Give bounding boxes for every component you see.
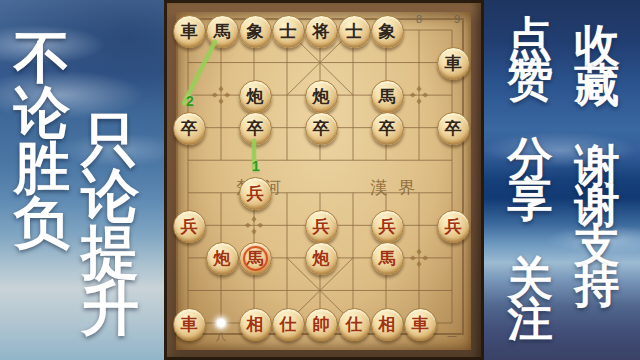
piece-glyph: 車 (181, 313, 198, 336)
piece-glyph: 炮 (247, 85, 264, 108)
piece-red-soldier[interactable]: 兵 (371, 210, 404, 243)
screenshot-root: 楚河 漢界 8 9 八 一 車馬象士将士象車炮炮馬卒卒卒卒卒兵兵兵兵兵炮馬炮馬車… (0, 0, 640, 360)
piece-glyph: 卒 (181, 117, 198, 140)
piece-glyph: 馬 (214, 20, 231, 43)
piece-red-advisor[interactable]: 仕 (338, 308, 371, 341)
piece-black-horse[interactable]: 馬 (371, 80, 404, 113)
piece-glyph: 象 (247, 20, 264, 43)
board-surface (176, 12, 471, 350)
piece-red-soldier[interactable]: 兵 (173, 210, 206, 243)
piece-black-advisor[interactable]: 士 (272, 15, 305, 48)
piece-glyph: 馬 (379, 247, 396, 270)
piece-red-elephant[interactable]: 相 (239, 308, 272, 341)
piece-red-chariot[interactable]: 車 (173, 308, 206, 341)
piece-red-advisor[interactable]: 仕 (272, 308, 305, 341)
piece-glyph: 炮 (313, 247, 330, 270)
suggestion-arrow-label: 1 (252, 158, 260, 174)
piece-black-general[interactable]: 将 (305, 15, 338, 48)
piece-black-soldier[interactable]: 卒 (173, 112, 206, 145)
piece-red-cannon[interactable]: 炮 (305, 242, 338, 275)
piece-glyph: 士 (280, 20, 297, 43)
file-label-bottom-1: 一 (442, 330, 462, 344)
piece-black-chariot[interactable]: 車 (437, 47, 470, 80)
piece-glyph: 馬 (379, 85, 396, 108)
piece-glyph: 炮 (214, 247, 231, 270)
piece-glyph: 将 (313, 20, 330, 43)
caption-char: 论 (65, 168, 155, 226)
river-label-han: 漢界 (370, 176, 426, 199)
piece-red-soldier[interactable]: 兵 (239, 177, 272, 210)
piece-glyph: 士 (346, 20, 363, 43)
piece-glyph: 車 (181, 20, 198, 43)
piece-red-elephant[interactable]: 相 (371, 308, 404, 341)
piece-black-cannon[interactable]: 炮 (305, 80, 338, 113)
file-label-bottom-8: 八 (211, 330, 231, 344)
piece-glyph: 兵 (181, 215, 198, 238)
piece-glyph: 兵 (379, 215, 396, 238)
piece-black-soldier[interactable]: 卒 (437, 112, 470, 145)
suggestion-arrow-label: 2 (186, 93, 194, 109)
piece-black-advisor[interactable]: 士 (338, 15, 371, 48)
piece-glyph: 車 (412, 313, 429, 336)
piece-red-soldier[interactable]: 兵 (305, 210, 338, 243)
piece-red-general[interactable]: 帥 (305, 308, 338, 341)
piece-black-cannon[interactable]: 炮 (239, 80, 272, 113)
piece-black-chariot[interactable]: 車 (173, 15, 206, 48)
piece-glyph: 仕 (280, 313, 297, 336)
piece-glyph: 車 (445, 52, 462, 75)
piece-red-cannon[interactable]: 炮 (206, 242, 239, 275)
piece-glyph: 仕 (346, 313, 363, 336)
file-label-top-9: 9 (447, 13, 467, 25)
piece-glyph: 兵 (313, 215, 330, 238)
caption-char: 提 (65, 224, 155, 282)
piece-black-soldier[interactable]: 卒 (239, 112, 272, 145)
piece-glyph: 兵 (445, 215, 462, 238)
piece-glyph: 卒 (313, 117, 330, 140)
file-label-top-8: 8 (409, 13, 429, 25)
piece-red-soldier[interactable]: 兵 (437, 210, 470, 243)
caption-char: 不 (0, 30, 87, 86)
piece-glyph: 卒 (247, 117, 264, 140)
piece-black-soldier[interactable]: 卒 (305, 112, 338, 145)
piece-black-horse[interactable]: 馬 (206, 15, 239, 48)
piece-glyph: 象 (379, 20, 396, 43)
piece-black-soldier[interactable]: 卒 (371, 112, 404, 145)
piece-glyph: 相 (379, 313, 396, 336)
caption-char: 持 (552, 264, 640, 309)
caption-char: 升 (65, 280, 155, 338)
piece-black-elephant[interactable]: 象 (239, 15, 272, 48)
piece-glyph: 炮 (313, 85, 330, 108)
piece-red-horse[interactable]: 馬 (371, 242, 404, 275)
piece-glyph: 卒 (445, 117, 462, 140)
piece-glyph: 相 (247, 313, 264, 336)
piece-red-horse[interactable]: 馬 (239, 242, 272, 275)
piece-glyph: 帥 (313, 313, 330, 336)
piece-black-elephant[interactable]: 象 (371, 15, 404, 48)
piece-glyph: 兵 (247, 182, 264, 205)
last-move-origin-dot (214, 316, 228, 330)
caption-char: 只 (65, 112, 155, 170)
caption-char: 藏 (552, 64, 640, 109)
last-move-highlight-ring (243, 246, 268, 271)
piece-glyph: 卒 (379, 117, 396, 140)
piece-red-chariot[interactable]: 車 (404, 308, 437, 341)
xiangqi-board[interactable]: 楚河 漢界 8 9 八 一 車馬象士将士象車炮炮馬卒卒卒卒卒兵兵兵兵兵炮馬炮馬車… (164, 0, 484, 360)
